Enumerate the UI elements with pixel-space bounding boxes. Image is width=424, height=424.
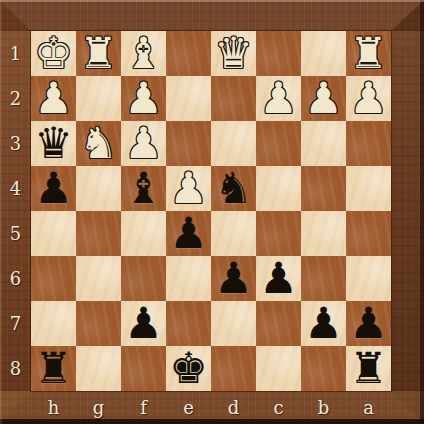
square-c5[interactable]	[256, 211, 301, 256]
white-pawn-piece[interactable]: ♟	[259, 76, 298, 121]
white-pawn-piece[interactable]: ♟	[124, 121, 163, 166]
square-a2[interactable]: ♟	[346, 76, 391, 121]
rank-label-7: 7	[0, 301, 31, 346]
square-d6[interactable]: ♟	[211, 256, 256, 301]
rank-label-3: 3	[0, 121, 31, 166]
white-rook-piece[interactable]: ♜	[79, 31, 118, 76]
black-rook-piece[interactable]: ♜	[34, 346, 73, 391]
square-d8[interactable]	[211, 346, 256, 391]
square-e5[interactable]: ♟	[166, 211, 211, 256]
file-label-h: h	[31, 391, 76, 424]
square-h2[interactable]: ♟	[31, 76, 76, 121]
rank-label-2: 2	[0, 76, 31, 121]
square-d3[interactable]	[211, 121, 256, 166]
board-frame: ♚♜♝♛♜♟♟♟♟♟♛♞♟♟♝♟♞♟♟♟♟♟♟♜♚♜ 12345678 hgfe…	[0, 0, 424, 424]
square-b6[interactable]	[301, 256, 346, 301]
square-a5[interactable]	[346, 211, 391, 256]
black-king-piece[interactable]: ♚	[169, 346, 208, 391]
square-g8[interactable]	[76, 346, 121, 391]
square-f6[interactable]	[121, 256, 166, 301]
black-queen-piece[interactable]: ♛	[34, 121, 73, 166]
square-e2[interactable]	[166, 76, 211, 121]
chessboard-grid: ♚♜♝♛♜♟♟♟♟♟♛♞♟♟♝♟♞♟♟♟♟♟♟♜♚♜	[31, 31, 391, 391]
file-label-c: c	[256, 391, 301, 424]
square-e7[interactable]	[166, 301, 211, 346]
rank-label-5: 5	[0, 211, 31, 256]
black-pawn-piece[interactable]: ♟	[169, 211, 208, 256]
square-d5[interactable]	[211, 211, 256, 256]
square-e3[interactable]	[166, 121, 211, 166]
square-a3[interactable]	[346, 121, 391, 166]
square-e8[interactable]: ♚	[166, 346, 211, 391]
rank-label-6: 6	[0, 256, 31, 301]
file-label-e: e	[166, 391, 211, 424]
square-e1[interactable]	[166, 31, 211, 76]
square-h6[interactable]	[31, 256, 76, 301]
square-b8[interactable]	[301, 346, 346, 391]
square-c8[interactable]	[256, 346, 301, 391]
white-knight-piece[interactable]: ♞	[79, 121, 118, 166]
square-g4[interactable]	[76, 166, 121, 211]
square-e4[interactable]: ♟	[166, 166, 211, 211]
square-h3[interactable]: ♛	[31, 121, 76, 166]
square-b4[interactable]	[301, 166, 346, 211]
square-f3[interactable]: ♟	[121, 121, 166, 166]
file-label-d: d	[211, 391, 256, 424]
square-h1[interactable]: ♚	[31, 31, 76, 76]
square-d4[interactable]: ♞	[211, 166, 256, 211]
square-b1[interactable]	[301, 31, 346, 76]
file-label-a: a	[346, 391, 391, 424]
file-label-g: g	[76, 391, 121, 424]
rank-label-4: 4	[0, 166, 31, 211]
square-h7[interactable]	[31, 301, 76, 346]
square-c4[interactable]	[256, 166, 301, 211]
square-d2[interactable]	[211, 76, 256, 121]
square-a4[interactable]	[346, 166, 391, 211]
square-h4[interactable]: ♟	[31, 166, 76, 211]
square-a7[interactable]: ♟	[346, 301, 391, 346]
square-a8[interactable]: ♜	[346, 346, 391, 391]
black-pawn-piece[interactable]: ♟	[349, 301, 388, 346]
white-pawn-piece[interactable]: ♟	[349, 76, 388, 121]
square-g2[interactable]	[76, 76, 121, 121]
rank-label-1: 1	[0, 31, 31, 76]
square-a6[interactable]	[346, 256, 391, 301]
square-g3[interactable]: ♞	[76, 121, 121, 166]
white-bishop-piece[interactable]: ♝	[124, 31, 163, 76]
rank-labels: 12345678	[0, 31, 31, 391]
square-f4[interactable]: ♝	[121, 166, 166, 211]
black-pawn-piece[interactable]: ♟	[214, 256, 253, 301]
white-pawn-piece[interactable]: ♟	[169, 166, 208, 211]
black-knight-piece[interactable]: ♞	[214, 166, 253, 211]
black-pawn-piece[interactable]: ♟	[124, 301, 163, 346]
square-f5[interactable]	[121, 211, 166, 256]
black-pawn-piece[interactable]: ♟	[304, 301, 343, 346]
square-b3[interactable]	[301, 121, 346, 166]
square-a1[interactable]: ♜	[346, 31, 391, 76]
square-f8[interactable]	[121, 346, 166, 391]
square-d1[interactable]: ♛	[211, 31, 256, 76]
square-f7[interactable]: ♟	[121, 301, 166, 346]
square-c7[interactable]	[256, 301, 301, 346]
file-label-b: b	[301, 391, 346, 424]
file-labels: hgfedcba	[31, 391, 391, 424]
square-b2[interactable]: ♟	[301, 76, 346, 121]
white-king-piece[interactable]: ♚	[34, 31, 73, 76]
black-pawn-piece[interactable]: ♟	[259, 256, 298, 301]
square-e6[interactable]	[166, 256, 211, 301]
square-f2[interactable]: ♟	[121, 76, 166, 121]
black-pawn-piece[interactable]: ♟	[34, 166, 73, 211]
white-pawn-piece[interactable]: ♟	[124, 76, 163, 121]
rank-label-8: 8	[0, 346, 31, 391]
square-c2[interactable]: ♟	[256, 76, 301, 121]
square-f1[interactable]: ♝	[121, 31, 166, 76]
square-b5[interactable]	[301, 211, 346, 256]
white-rook-piece[interactable]: ♜	[349, 31, 388, 76]
white-pawn-piece[interactable]: ♟	[304, 76, 343, 121]
file-label-f: f	[121, 391, 166, 424]
square-g1[interactable]: ♜	[76, 31, 121, 76]
square-b7[interactable]: ♟	[301, 301, 346, 346]
square-c1[interactable]	[256, 31, 301, 76]
square-g6[interactable]	[76, 256, 121, 301]
white-pawn-piece[interactable]: ♟	[34, 76, 73, 121]
white-queen-piece[interactable]: ♛	[214, 31, 253, 76]
black-bishop-piece[interactable]: ♝	[124, 166, 163, 211]
square-d7[interactable]	[211, 301, 256, 346]
square-c3[interactable]	[256, 121, 301, 166]
square-g5[interactable]	[76, 211, 121, 256]
square-h5[interactable]	[31, 211, 76, 256]
square-g7[interactable]	[76, 301, 121, 346]
square-c6[interactable]: ♟	[256, 256, 301, 301]
square-h8[interactable]: ♜	[31, 346, 76, 391]
black-rook-piece[interactable]: ♜	[349, 346, 388, 391]
